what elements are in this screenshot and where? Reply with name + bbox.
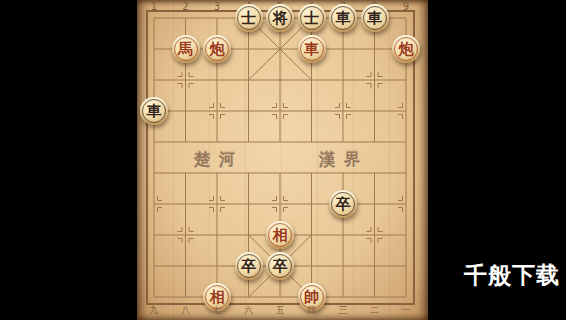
piece-glyph: 馬 xyxy=(178,41,193,56)
black-advisor-piece[interactable]: 士 xyxy=(235,4,263,32)
piece-glyph: 士 xyxy=(241,10,256,25)
piece-glyph: 将 xyxy=(273,10,288,25)
piece-glyph: 帥 xyxy=(304,289,319,304)
red-chariot-piece[interactable]: 車 xyxy=(298,35,326,63)
piece-glyph: 炮 xyxy=(399,41,414,56)
red-elephant-piece[interactable]: 相 xyxy=(266,221,294,249)
file-label-bottom-8: 二 xyxy=(370,304,379,316)
file-label-top-9: 9 xyxy=(403,1,409,13)
river-text-right: 漢界 xyxy=(319,150,369,171)
piece-glyph: 炮 xyxy=(210,41,225,56)
xiangqi-board[interactable]: 123456789 楚河 漢界 士将士車車馬炮車炮車卒相卒卒相帥 九八七六五四三… xyxy=(137,0,428,320)
black-advisor-piece[interactable]: 士 xyxy=(298,4,326,32)
file-label-bottom-1: 九 xyxy=(150,304,159,316)
file-label-bottom-9: 一 xyxy=(402,304,411,316)
black-chariot-piece[interactable]: 車 xyxy=(329,4,357,32)
piece-glyph: 卒 xyxy=(273,258,288,273)
file-label-bottom-6: 四 xyxy=(307,304,316,316)
file-label-bottom-3: 七 xyxy=(213,304,222,316)
black-chariot-piece[interactable]: 車 xyxy=(140,97,168,125)
piece-glyph: 車 xyxy=(147,103,162,118)
red-horse-piece[interactable]: 馬 xyxy=(172,35,200,63)
file-label-top-1: 1 xyxy=(151,1,157,13)
red-cannon-piece[interactable]: 炮 xyxy=(203,35,231,63)
piece-glyph: 車 xyxy=(367,10,382,25)
file-label-bottom-7: 三 xyxy=(339,304,348,316)
piece-glyph: 車 xyxy=(304,41,319,56)
xiangqi-app-screen: 123456789 楚河 漢界 士将士車車馬炮車炮車卒相卒卒相帥 九八七六五四三… xyxy=(0,0,566,320)
watermark-text: 千般下载 xyxy=(464,260,560,291)
file-label-bottom-4: 六 xyxy=(244,304,253,316)
black-soldier-piece[interactable]: 卒 xyxy=(266,252,294,280)
file-label-bottom-5: 五 xyxy=(276,304,285,316)
black-chariot-piece[interactable]: 車 xyxy=(361,4,389,32)
piece-glyph: 卒 xyxy=(241,258,256,273)
piece-glyph: 卒 xyxy=(336,196,351,211)
file-label-bottom-2: 八 xyxy=(181,304,190,316)
piece-glyph: 相 xyxy=(210,289,225,304)
black-soldier-piece[interactable]: 卒 xyxy=(329,190,357,218)
piece-glyph: 士 xyxy=(304,10,319,25)
black-soldier-piece[interactable]: 卒 xyxy=(235,252,263,280)
black-general-piece[interactable]: 将 xyxy=(266,4,294,32)
file-label-top-2: 2 xyxy=(182,1,188,13)
file-labels-bottom: 九八七六五四三二一 xyxy=(137,304,428,317)
red-cannon-piece[interactable]: 炮 xyxy=(392,35,420,63)
piece-glyph: 車 xyxy=(336,10,351,25)
file-label-top-3: 3 xyxy=(214,1,220,13)
river-text-left: 楚河 xyxy=(194,150,244,171)
piece-glyph: 相 xyxy=(273,227,288,242)
